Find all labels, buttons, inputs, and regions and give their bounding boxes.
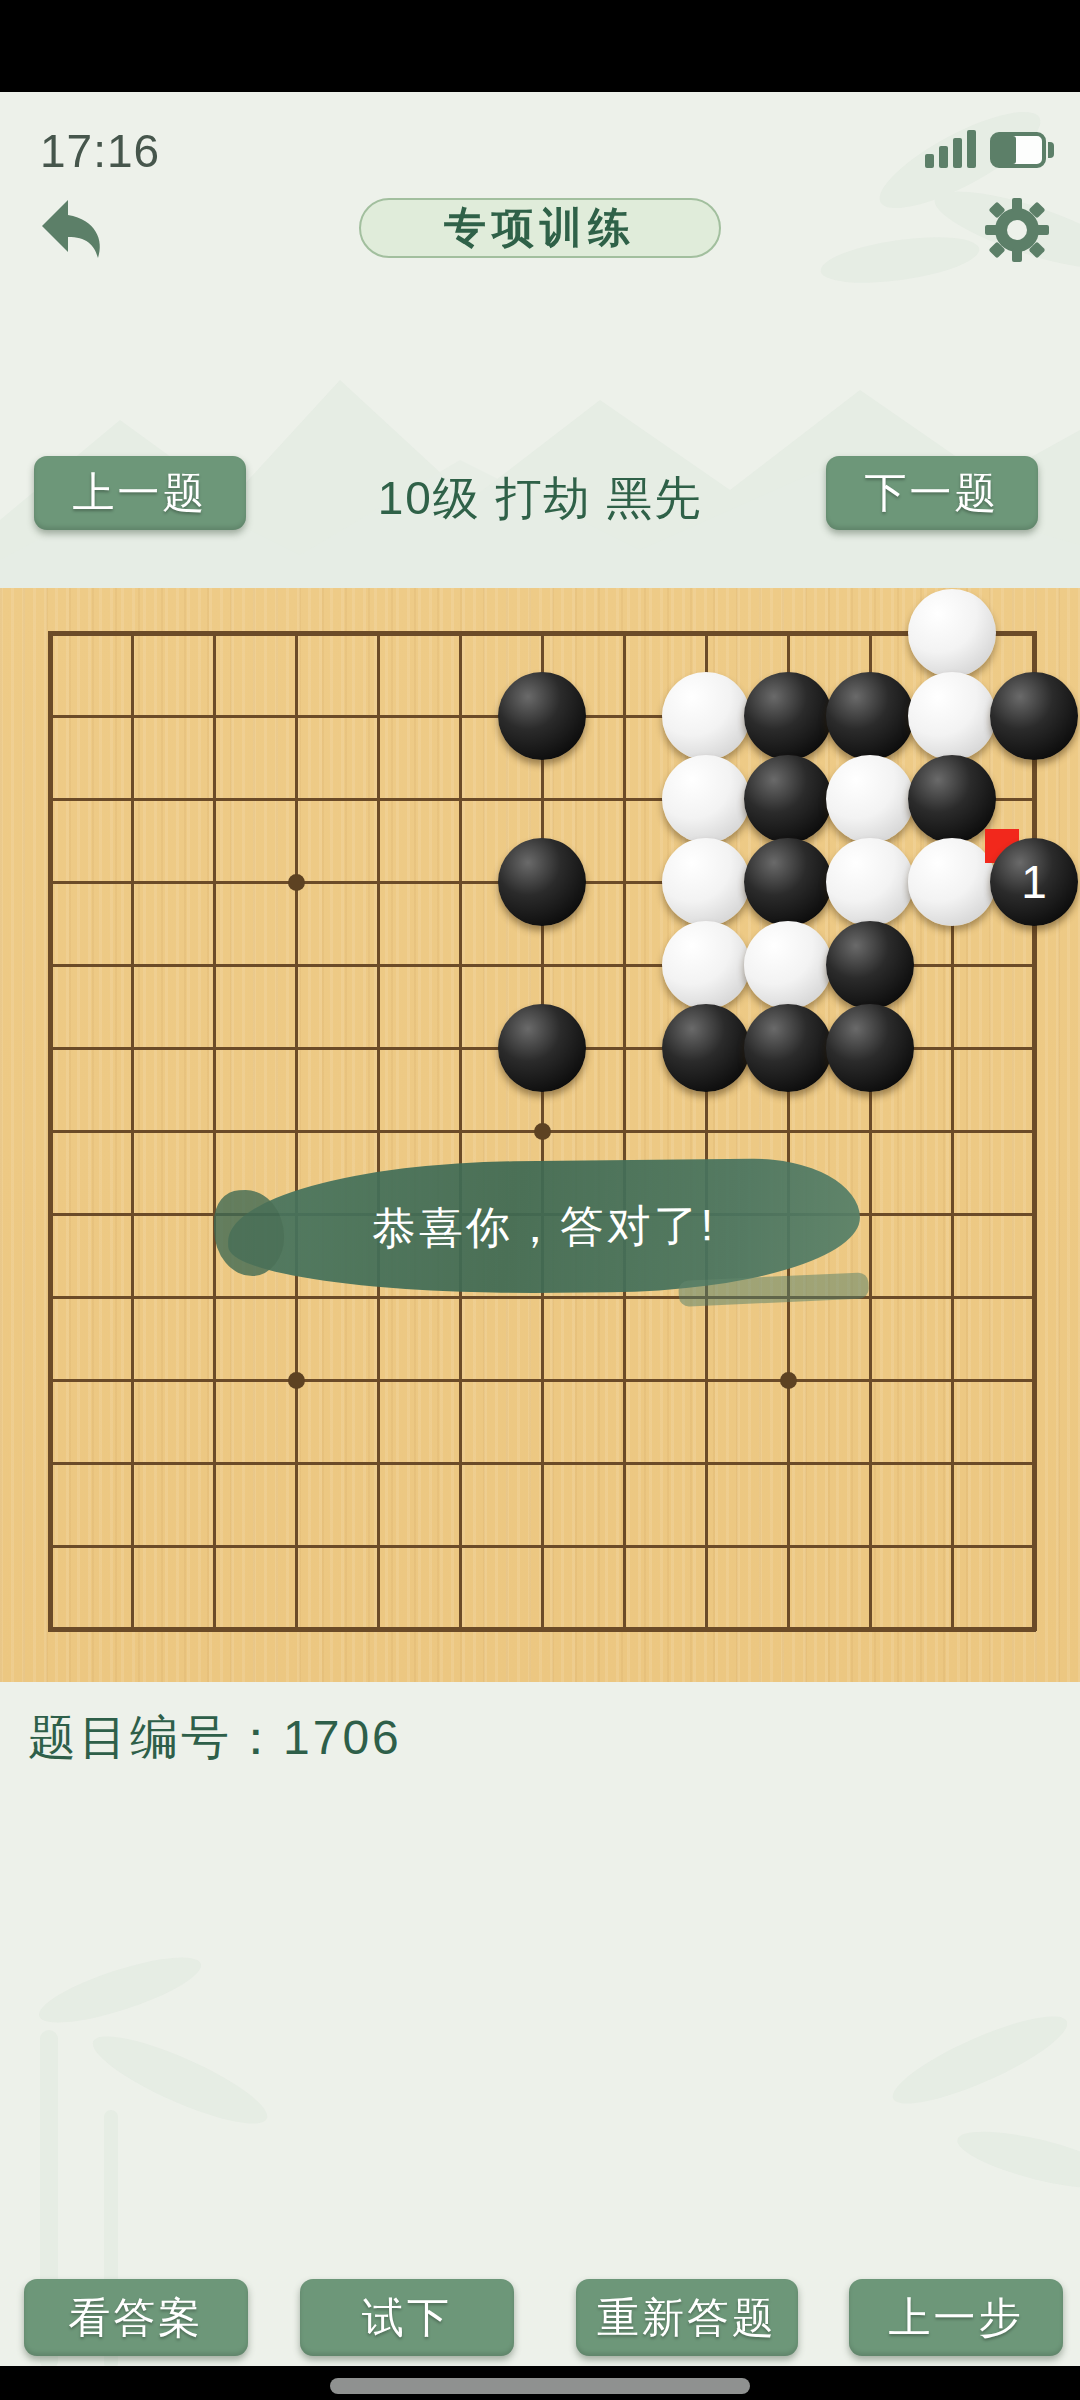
- stone-circle: [826, 755, 914, 843]
- stone-white: [826, 838, 914, 926]
- star-point: [288, 874, 305, 891]
- stone-white: [908, 838, 996, 926]
- result-banner: 恭喜你，答对了!: [227, 1158, 860, 1297]
- stone-black: [826, 672, 914, 760]
- stone-black: [744, 755, 832, 843]
- stone-circle: [662, 672, 750, 760]
- move-number-label: 1: [990, 838, 1078, 926]
- star-point: [288, 1372, 305, 1389]
- grid-line-horizontal: [48, 1627, 1036, 1632]
- stone-circle: [908, 589, 996, 677]
- stone-circle: [498, 838, 586, 926]
- footer-toolbar: 看答案 试下 重新答题 上一步: [0, 2279, 1080, 2357]
- home-indicator[interactable]: [330, 2378, 750, 2394]
- stone-circle: [744, 672, 832, 760]
- stone-black: [662, 1004, 750, 1092]
- stone-circle: [744, 1004, 832, 1092]
- stone-white: [662, 838, 750, 926]
- star-point: [534, 1123, 551, 1140]
- stone-black: [826, 921, 914, 1009]
- stone-circle: [908, 672, 996, 760]
- system-nav-bar: [0, 2366, 1080, 2400]
- stone-black: [744, 1004, 832, 1092]
- back-arrow-icon: [34, 196, 114, 264]
- stone-circle: [908, 838, 996, 926]
- grid-line-horizontal: [48, 1379, 1036, 1382]
- restart-problem-button[interactable]: 重新答题: [576, 2279, 798, 2356]
- status-bar: 17:16: [0, 112, 1080, 182]
- stone-white: [662, 921, 750, 1009]
- battery-icon: [990, 132, 1054, 168]
- page-title: 专项训练: [444, 200, 636, 256]
- grid-line-horizontal: [48, 1296, 1036, 1299]
- stone-circle: [744, 921, 832, 1009]
- stone-circle: [826, 921, 914, 1009]
- problem-level-text: 10级 打劫 黑先: [378, 468, 703, 530]
- grid-line-vertical: [623, 631, 626, 1631]
- previous-problem-button[interactable]: 上一题: [34, 456, 246, 530]
- stone-white: [744, 921, 832, 1009]
- result-banner-text: 恭喜你，答对了!: [227, 1158, 860, 1297]
- stone-circle: [826, 1004, 914, 1092]
- grid-line-horizontal: [48, 1462, 1036, 1465]
- problem-nav-row: 上一题 10级 打劫 黑先 下一题: [0, 456, 1080, 532]
- stone-black: [908, 755, 996, 843]
- stone-circle: [826, 672, 914, 760]
- stone-circle: [498, 672, 586, 760]
- undo-step-button[interactable]: 上一步: [849, 2279, 1063, 2356]
- go-board-panel: 1 恭喜你，答对了!: [0, 588, 1080, 1682]
- grid-line-horizontal: [48, 1545, 1036, 1548]
- stone-black: [990, 672, 1078, 760]
- gear-icon: [982, 196, 1052, 264]
- stone-circle: [498, 1004, 586, 1092]
- stone-white: [826, 755, 914, 843]
- page-title-pill: 专项训练: [359, 198, 721, 258]
- stone-circle: [744, 755, 832, 843]
- stone-white: [662, 755, 750, 843]
- stone-circle: [662, 921, 750, 1009]
- star-point: [780, 1372, 797, 1389]
- stone-circle: [990, 672, 1078, 760]
- stone-circle: [908, 755, 996, 843]
- status-icons: [925, 126, 1054, 170]
- stone-black: [498, 1004, 586, 1092]
- go-board[interactable]: 1: [0, 588, 1080, 1682]
- back-button[interactable]: [34, 196, 114, 264]
- signal-strength-icon: [925, 130, 976, 170]
- show-answer-button[interactable]: 看答案: [24, 2279, 248, 2356]
- settings-button[interactable]: [982, 196, 1052, 264]
- try-move-button[interactable]: 试下: [300, 2279, 514, 2356]
- clock: 17:16: [40, 124, 160, 178]
- grid-line-vertical: [1032, 631, 1037, 1631]
- stone-black: [498, 672, 586, 760]
- stone-circle: [662, 755, 750, 843]
- stone-white: [908, 589, 996, 677]
- app-screen: 17:16 专项训练: [0, 0, 1080, 2400]
- stone-circle: [662, 838, 750, 926]
- problem-number: 题目编号：1706: [28, 1706, 402, 1770]
- stone-black: 1: [990, 838, 1078, 926]
- next-problem-button[interactable]: 下一题: [826, 456, 1038, 530]
- stone-white: [662, 672, 750, 760]
- notch-status-strip: [0, 0, 1080, 92]
- stone-white: [908, 672, 996, 760]
- stone-black: [744, 672, 832, 760]
- stone-circle: [662, 1004, 750, 1092]
- stone-black: [744, 838, 832, 926]
- stone-black: [498, 838, 586, 926]
- stone-black: [826, 1004, 914, 1092]
- header: 专项训练: [0, 196, 1080, 266]
- stone-circle: [826, 838, 914, 926]
- stone-circle: [744, 838, 832, 926]
